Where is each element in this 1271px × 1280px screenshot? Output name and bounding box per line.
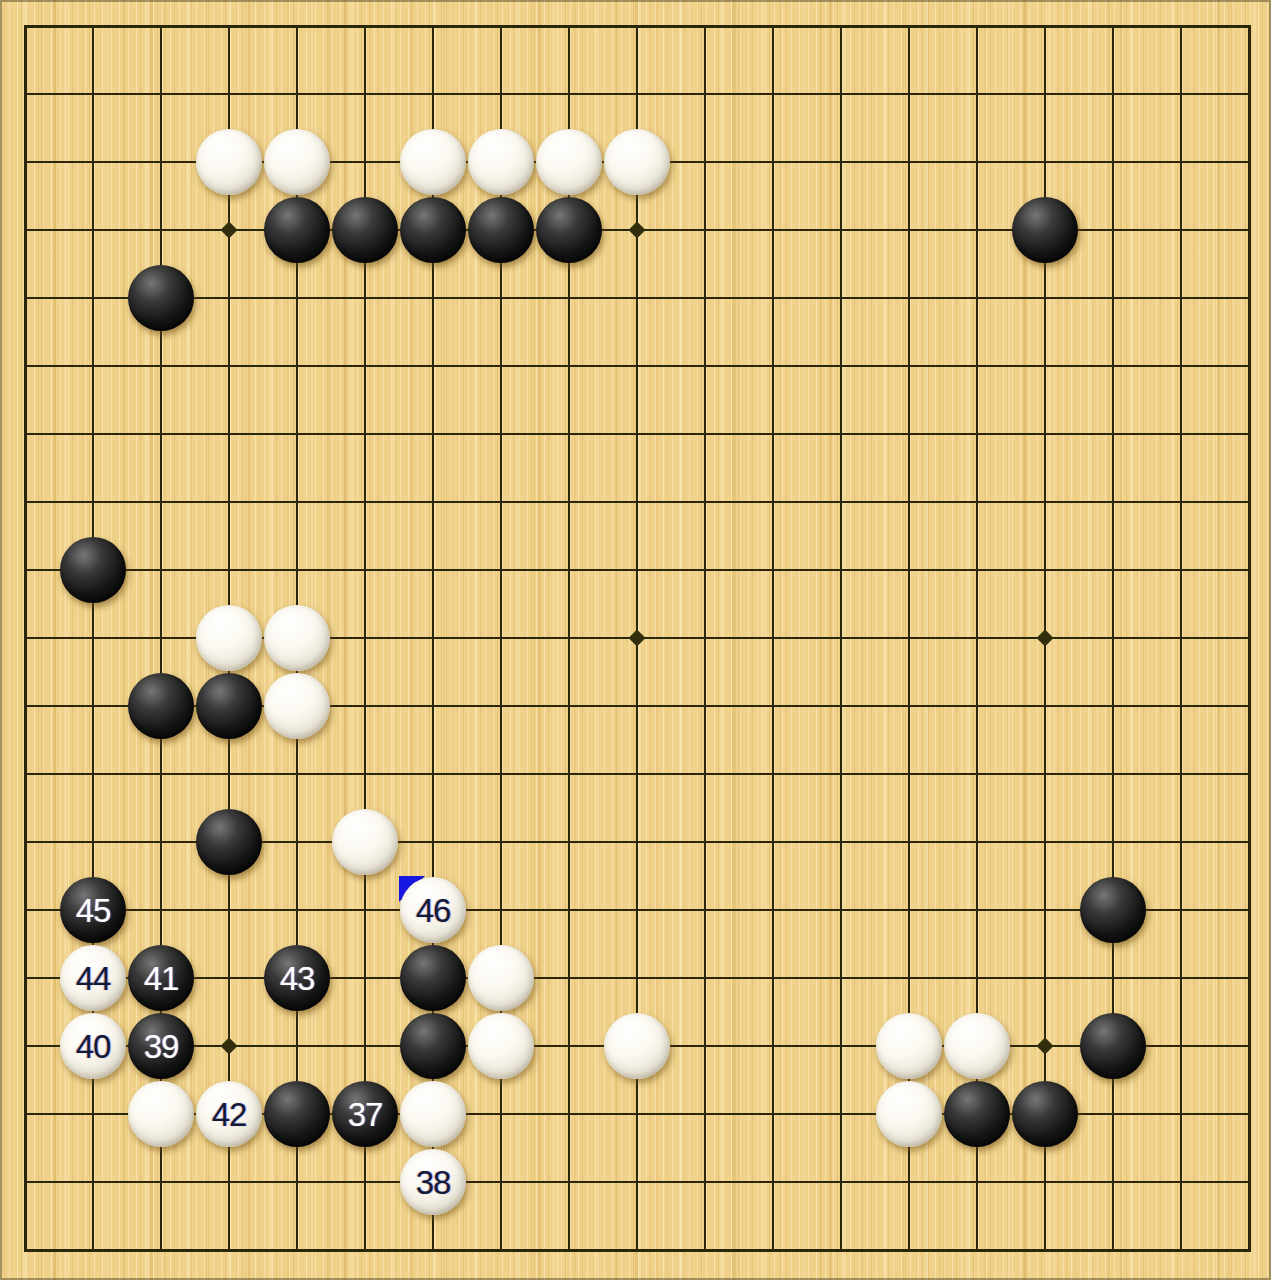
stone-black (1080, 877, 1146, 943)
go-board[interactable]: 45464441434039423738 (0, 0, 1271, 1280)
stone-white (196, 129, 262, 195)
stone-black (944, 1081, 1010, 1147)
stone-black (264, 1081, 330, 1147)
stone-white (944, 1013, 1010, 1079)
star-point (1037, 1038, 1054, 1055)
grid-line-horizontal (24, 1249, 1251, 1252)
grid-line-vertical (772, 25, 774, 1252)
stone-white (876, 1013, 942, 1079)
stone-white (604, 1013, 670, 1079)
stone-black (1012, 197, 1078, 263)
stone-black (536, 197, 602, 263)
move-number: 46 (416, 894, 451, 927)
stone-white (128, 1081, 194, 1147)
star-point (629, 222, 646, 239)
stone-black-move-39: 39 (128, 1013, 194, 1079)
stone-white-move-42: 42 (196, 1081, 262, 1147)
grid-line-vertical (1180, 25, 1182, 1252)
stone-white-move-38: 38 (400, 1149, 466, 1215)
move-number: 37 (348, 1098, 383, 1131)
stone-white (536, 129, 602, 195)
stone-white (468, 1013, 534, 1079)
stone-black (1080, 1013, 1146, 1079)
stone-black (400, 1013, 466, 1079)
stone-black-move-45: 45 (60, 877, 126, 943)
stone-black (1012, 1081, 1078, 1147)
move-number: 44 (76, 962, 111, 995)
move-number: 42 (212, 1098, 247, 1131)
stone-white (264, 605, 330, 671)
grid-line-vertical (840, 25, 842, 1252)
move-number: 40 (76, 1030, 111, 1063)
stone-white-move-44: 44 (60, 945, 126, 1011)
grid-line-horizontal (24, 909, 1251, 911)
move-number: 39 (144, 1030, 179, 1063)
stone-black (60, 537, 126, 603)
stone-white (876, 1081, 942, 1147)
stone-white (604, 129, 670, 195)
stone-black (400, 197, 466, 263)
move-number: 43 (280, 962, 315, 995)
move-number: 41 (144, 962, 179, 995)
stone-black (468, 197, 534, 263)
grid-line-horizontal (24, 977, 1251, 979)
stone-black (196, 673, 262, 739)
stone-black-move-41: 41 (128, 945, 194, 1011)
grid-line-horizontal (24, 1181, 1251, 1183)
stone-white-move-40: 40 (60, 1013, 126, 1079)
grid-line-horizontal (24, 773, 1251, 775)
stone-black (128, 265, 194, 331)
stone-black (128, 673, 194, 739)
stone-white (400, 1081, 466, 1147)
star-point (221, 222, 238, 239)
stone-black (400, 945, 466, 1011)
stone-white (264, 673, 330, 739)
grid-line-vertical (704, 25, 706, 1252)
move-number: 45 (76, 894, 111, 927)
star-point (629, 630, 646, 647)
stone-white (468, 129, 534, 195)
stone-white (264, 129, 330, 195)
stone-white (196, 605, 262, 671)
stone-black (196, 809, 262, 875)
stone-white (468, 945, 534, 1011)
grid-line-vertical (1248, 25, 1251, 1252)
move-number: 38 (416, 1166, 451, 1199)
stone-white-move-46: 46 (400, 877, 466, 943)
stone-black-move-43: 43 (264, 945, 330, 1011)
stone-white (400, 129, 466, 195)
star-point (1037, 630, 1054, 647)
stone-black (332, 197, 398, 263)
star-point (221, 1038, 238, 1055)
stone-black-move-37: 37 (332, 1081, 398, 1147)
stone-white (332, 809, 398, 875)
stone-black (264, 197, 330, 263)
